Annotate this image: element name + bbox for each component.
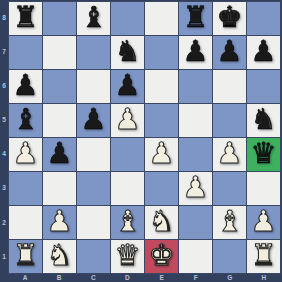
square-f6[interactable] <box>179 70 212 103</box>
square-e4[interactable]: ♟ <box>145 138 178 171</box>
piece-black-knight[interactable]: ♞ <box>251 105 277 134</box>
square-e2[interactable]: ♞ <box>145 206 178 239</box>
rank-label-6: 6 <box>0 69 8 103</box>
rank-label-5: 5 <box>0 103 8 137</box>
piece-white-pawn[interactable]: ♟ <box>115 105 141 134</box>
piece-black-pawn[interactable]: ♟ <box>81 105 107 134</box>
rank-labels: 87654321 <box>0 1 8 274</box>
square-b4[interactable]: ♟ <box>43 138 76 171</box>
square-c4[interactable] <box>77 138 110 171</box>
square-f4[interactable] <box>179 138 212 171</box>
square-d3[interactable] <box>111 172 144 205</box>
rank-label-2: 2 <box>0 206 8 240</box>
square-a5[interactable]: ♝ <box>9 104 42 137</box>
square-f2[interactable] <box>179 206 212 239</box>
square-a2[interactable] <box>9 206 42 239</box>
square-e6[interactable] <box>145 70 178 103</box>
square-b6[interactable] <box>43 70 76 103</box>
square-b8[interactable] <box>43 2 76 35</box>
file-label-g: G <box>213 274 247 282</box>
file-label-f: F <box>179 274 213 282</box>
file-label-d: D <box>110 274 144 282</box>
piece-white-pawn[interactable]: ♟ <box>183 173 209 202</box>
piece-white-pawn[interactable]: ♟ <box>217 139 243 168</box>
square-e7[interactable] <box>145 36 178 69</box>
square-c2[interactable] <box>77 206 110 239</box>
rank-label-4: 4 <box>0 138 8 172</box>
square-f8[interactable]: ♜ <box>179 2 212 35</box>
square-f7[interactable]: ♟ <box>179 36 212 69</box>
square-g2[interactable]: ♝ <box>213 206 246 239</box>
piece-black-king[interactable]: ♚ <box>217 3 243 32</box>
square-b5[interactable] <box>43 104 76 137</box>
piece-black-bishop[interactable]: ♝ <box>81 3 107 32</box>
square-e5[interactable] <box>145 104 178 137</box>
piece-black-knight[interactable]: ♞ <box>115 37 141 66</box>
piece-black-pawn[interactable]: ♟ <box>13 71 39 100</box>
file-label-e: E <box>145 274 179 282</box>
square-h2[interactable]: ♟ <box>247 206 280 239</box>
square-f1[interactable] <box>179 240 212 273</box>
square-c1[interactable] <box>77 240 110 273</box>
square-g7[interactable]: ♟ <box>213 36 246 69</box>
rank-label-1: 1 <box>0 240 8 274</box>
piece-white-rook[interactable]: ♜ <box>13 241 39 270</box>
piece-black-rook[interactable]: ♜ <box>183 3 209 32</box>
square-a6[interactable]: ♟ <box>9 70 42 103</box>
square-d4[interactable] <box>111 138 144 171</box>
piece-white-king[interactable]: ♚ <box>149 241 175 270</box>
square-g3[interactable] <box>213 172 246 205</box>
square-d7[interactable]: ♞ <box>111 36 144 69</box>
file-labels: ABCDEFGH <box>8 274 281 282</box>
piece-white-knight[interactable]: ♞ <box>149 207 175 236</box>
rank-label-3: 3 <box>0 172 8 206</box>
piece-white-pawn[interactable]: ♟ <box>149 139 175 168</box>
square-e3[interactable] <box>145 172 178 205</box>
piece-white-pawn[interactable]: ♟ <box>13 139 39 168</box>
square-c6[interactable] <box>77 70 110 103</box>
square-h7[interactable]: ♟ <box>247 36 280 69</box>
square-g4[interactable]: ♟ <box>213 138 246 171</box>
square-h6[interactable] <box>247 70 280 103</box>
square-a1[interactable]: ♜ <box>9 240 42 273</box>
square-g8[interactable]: ♚ <box>213 2 246 35</box>
file-label-b: B <box>42 274 76 282</box>
square-e8[interactable] <box>145 2 178 35</box>
rank-label-8: 8 <box>0 1 8 35</box>
file-label-c: C <box>76 274 110 282</box>
piece-white-pawn[interactable]: ♟ <box>47 207 73 236</box>
square-b1[interactable]: ♞ <box>43 240 76 273</box>
square-e1[interactable]: ♚ <box>145 240 178 273</box>
rank-label-7: 7 <box>0 35 8 69</box>
square-b3[interactable] <box>43 172 76 205</box>
square-h4[interactable]: ♛ <box>247 138 280 171</box>
piece-white-queen[interactable]: ♛ <box>115 241 141 270</box>
square-f3[interactable]: ♟ <box>179 172 212 205</box>
piece-black-pawn[interactable]: ♟ <box>47 139 73 168</box>
chess-board: ♜♝♜♚♞♟♟♟♟♟♝♟♟♞♟♟♟♟♛♟♟♝♞♝♟♜♞♛♚♜ <box>8 1 281 274</box>
piece-black-queen[interactable]: ♛ <box>251 139 277 168</box>
square-a4[interactable]: ♟ <box>9 138 42 171</box>
square-h8[interactable] <box>247 2 280 35</box>
square-c3[interactable] <box>77 172 110 205</box>
piece-black-pawn[interactable]: ♟ <box>251 37 277 66</box>
square-b2[interactable]: ♟ <box>43 206 76 239</box>
piece-black-bishop[interactable]: ♝ <box>13 105 39 134</box>
square-d5[interactable]: ♟ <box>111 104 144 137</box>
square-f5[interactable] <box>179 104 212 137</box>
square-g6[interactable] <box>213 70 246 103</box>
square-a8[interactable]: ♜ <box>9 2 42 35</box>
piece-white-pawn[interactable]: ♟ <box>251 207 277 236</box>
file-label-a: A <box>8 274 42 282</box>
file-label-h: H <box>247 274 281 282</box>
square-a3[interactable] <box>9 172 42 205</box>
piece-black-pawn[interactable]: ♟ <box>217 37 243 66</box>
piece-white-rook[interactable]: ♜ <box>251 241 277 270</box>
square-c7[interactable] <box>77 36 110 69</box>
square-c5[interactable]: ♟ <box>77 104 110 137</box>
square-g1[interactable] <box>213 240 246 273</box>
piece-black-pawn[interactable]: ♟ <box>115 71 141 100</box>
piece-white-knight[interactable]: ♞ <box>47 241 73 270</box>
piece-white-bishop[interactable]: ♝ <box>115 207 141 236</box>
square-h5[interactable]: ♞ <box>247 104 280 137</box>
piece-white-bishop[interactable]: ♝ <box>217 207 243 236</box>
square-a7[interactable] <box>9 36 42 69</box>
board-frame: 87654321 ♜♝♜♚♞♟♟♟♟♟♝♟♟♞♟♟♟♟♛♟♟♝♞♝♟♜♞♛♚♜ … <box>0 0 282 282</box>
square-d8[interactable] <box>111 2 144 35</box>
square-d2[interactable]: ♝ <box>111 206 144 239</box>
square-b7[interactable] <box>43 36 76 69</box>
square-c8[interactable]: ♝ <box>77 2 110 35</box>
square-d1[interactable]: ♛ <box>111 240 144 273</box>
piece-black-pawn[interactable]: ♟ <box>183 37 209 66</box>
square-h1[interactable]: ♜ <box>247 240 280 273</box>
piece-black-rook[interactable]: ♜ <box>13 3 39 32</box>
square-g5[interactable] <box>213 104 246 137</box>
square-d6[interactable]: ♟ <box>111 70 144 103</box>
square-h3[interactable] <box>247 172 280 205</box>
